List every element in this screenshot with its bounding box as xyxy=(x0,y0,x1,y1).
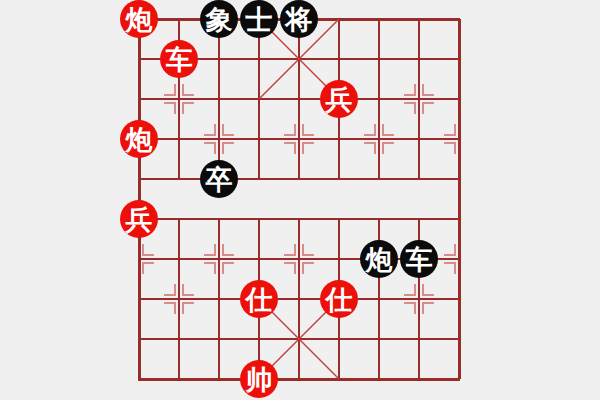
piece-black-elephant[interactable]: 象 xyxy=(200,0,238,38)
piece-red-cannon[interactable]: 炮 xyxy=(120,0,158,38)
piece-red-advisor[interactable]: 仕 xyxy=(320,280,358,318)
piece-black-general[interactable]: 将 xyxy=(280,0,318,38)
pieces-layer: 炮象士将车兵炮卒兵炮车仕仕帅 xyxy=(0,0,600,400)
xiangqi-app: 炮象士将车兵炮卒兵炮车仕仕帅 xyxy=(0,0,600,400)
piece-black-pawn[interactable]: 卒 xyxy=(200,160,238,198)
piece-red-chariot[interactable]: 车 xyxy=(160,40,198,78)
piece-red-soldier[interactable]: 兵 xyxy=(320,80,358,118)
piece-black-cannon[interactable]: 炮 xyxy=(360,240,398,278)
piece-red-general[interactable]: 帅 xyxy=(240,360,278,398)
piece-red-advisor[interactable]: 仕 xyxy=(240,280,278,318)
piece-red-soldier[interactable]: 兵 xyxy=(120,200,158,238)
xiangqi-board[interactable]: 炮象士将车兵炮卒兵炮车仕仕帅 xyxy=(0,0,600,400)
piece-black-chariot[interactable]: 车 xyxy=(400,240,438,278)
piece-red-cannon[interactable]: 炮 xyxy=(120,120,158,158)
piece-black-advisor[interactable]: 士 xyxy=(240,0,278,38)
